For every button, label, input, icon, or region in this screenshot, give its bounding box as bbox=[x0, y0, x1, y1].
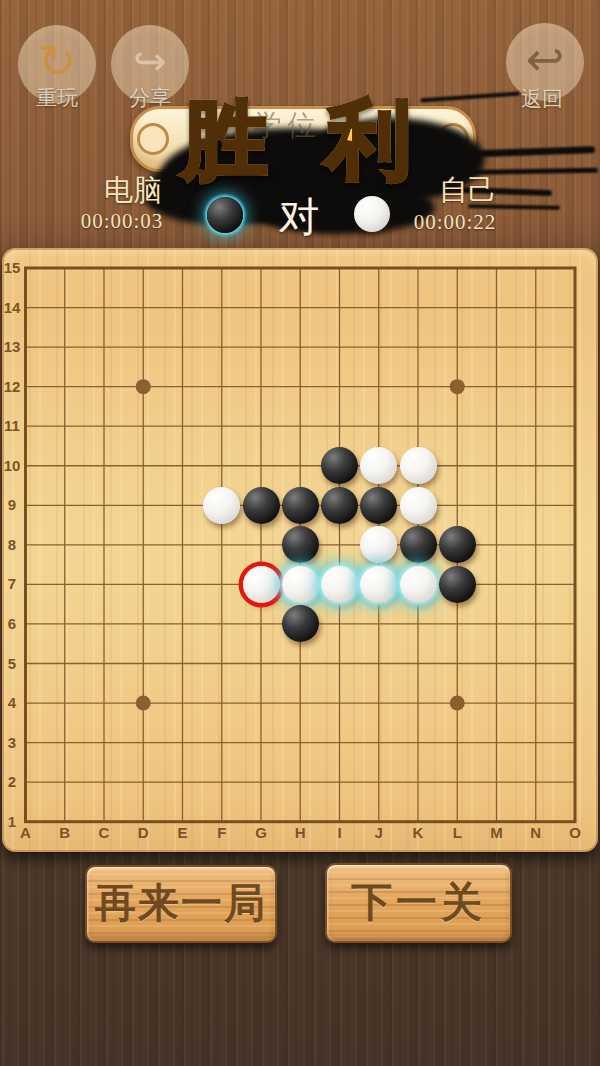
game-screen: ↻ 重玩 ↪ 分享 ↩ 返回 学位 胜 利 电脑 00:00:03 对 自己 0… bbox=[0, 0, 600, 1066]
row-label-6: 6 bbox=[2, 615, 22, 633]
row-label-9: 9 bbox=[2, 496, 22, 514]
star-point-L12 bbox=[450, 379, 465, 394]
stone-white-F9 bbox=[203, 487, 240, 524]
col-label-D: D bbox=[133, 824, 153, 842]
stone-black-I9 bbox=[321, 487, 358, 524]
col-label-C: C bbox=[94, 824, 114, 842]
player-left-name: 电脑 bbox=[68, 171, 198, 211]
player-left-stone-avatar bbox=[207, 197, 243, 233]
stone-black-L8 bbox=[439, 526, 476, 563]
col-label-N: N bbox=[526, 824, 546, 842]
stone-white-H7 bbox=[282, 566, 319, 603]
row-label-5: 5 bbox=[2, 655, 22, 673]
play-again-button[interactable]: 再来一局 bbox=[85, 865, 277, 943]
player-right-timer: 00:00:22 bbox=[390, 210, 520, 235]
stone-white-K7 bbox=[400, 566, 437, 603]
stone-black-J9 bbox=[360, 487, 397, 524]
col-label-L: L bbox=[447, 824, 467, 842]
col-label-J: J bbox=[369, 824, 389, 842]
row-label-15: 15 bbox=[2, 259, 22, 277]
row-label-10: 10 bbox=[2, 457, 22, 475]
stone-white-K10 bbox=[400, 447, 437, 484]
stone-white-K9 bbox=[400, 487, 437, 524]
back-button-label[interactable]: 返回 bbox=[497, 85, 587, 113]
stone-white-G7 bbox=[243, 566, 280, 603]
stone-black-G9 bbox=[243, 487, 280, 524]
player-right-name: 自己 bbox=[403, 171, 533, 211]
stone-black-H6 bbox=[282, 605, 319, 642]
stone-black-K8 bbox=[400, 526, 437, 563]
col-label-A: A bbox=[16, 824, 36, 842]
share-icon: ↪ bbox=[111, 31, 189, 91]
stone-black-H9 bbox=[282, 487, 319, 524]
col-label-B: B bbox=[55, 824, 75, 842]
star-point-D12 bbox=[136, 379, 151, 394]
player-right-stone-avatar bbox=[354, 196, 390, 232]
next-level-button[interactable]: 下一关 bbox=[325, 863, 512, 943]
row-label-4: 4 bbox=[2, 694, 22, 712]
col-label-E: E bbox=[173, 824, 193, 842]
star-point-D4 bbox=[136, 696, 151, 711]
vs-label: 对 bbox=[264, 190, 334, 245]
replay-button-label[interactable]: 重玩 bbox=[12, 84, 102, 112]
row-label-13: 13 bbox=[2, 338, 22, 356]
col-label-G: G bbox=[251, 824, 271, 842]
stone-black-H8 bbox=[282, 526, 319, 563]
stone-black-I10 bbox=[321, 447, 358, 484]
row-label-8: 8 bbox=[2, 536, 22, 554]
replay-icon: ↻ bbox=[18, 31, 96, 91]
col-label-O: O bbox=[565, 824, 585, 842]
col-label-K: K bbox=[408, 824, 428, 842]
col-label-F: F bbox=[212, 824, 232, 842]
row-label-3: 3 bbox=[2, 734, 22, 752]
stone-white-I7 bbox=[321, 566, 358, 603]
gomoku-board[interactable]: 151413121110987654321ABCDEFGHIJKLMNO bbox=[2, 248, 598, 852]
col-label-H: H bbox=[290, 824, 310, 842]
col-label-M: M bbox=[487, 824, 507, 842]
row-label-11: 11 bbox=[2, 417, 22, 435]
player-left-timer: 00:00:03 bbox=[57, 209, 187, 234]
back-icon: ↩ bbox=[506, 29, 584, 89]
stone-white-J7 bbox=[360, 566, 397, 603]
stone-black-L7 bbox=[439, 566, 476, 603]
row-label-2: 2 bbox=[2, 773, 22, 791]
row-label-7: 7 bbox=[2, 575, 22, 593]
row-label-12: 12 bbox=[2, 378, 22, 396]
col-label-I: I bbox=[330, 824, 350, 842]
star-point-L4 bbox=[450, 696, 465, 711]
row-label-14: 14 bbox=[2, 299, 22, 317]
